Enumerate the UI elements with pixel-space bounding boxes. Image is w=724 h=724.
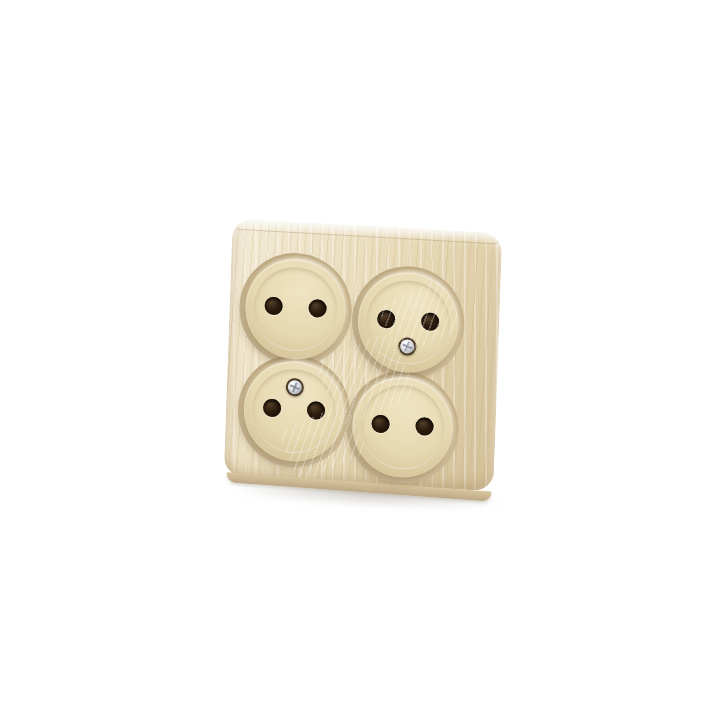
product-photo-stage: [0, 0, 724, 724]
socket-face: [244, 256, 347, 362]
socket-top-left: [238, 250, 354, 368]
